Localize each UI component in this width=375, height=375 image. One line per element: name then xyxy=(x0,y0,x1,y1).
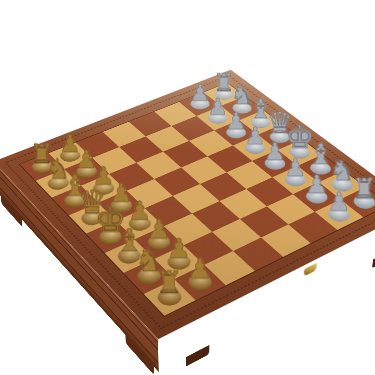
box-foot xyxy=(125,334,154,375)
board: ♜♞♝♛♚♝♞♜♟♟♟♟♟♟♟♟♟♟♟♟♟♟♟♟♜♞♝♛♚♝♞♜ xyxy=(0,70,375,339)
piece-silver-pawn[interactable]: ♟ xyxy=(327,189,350,215)
box-foot xyxy=(1,195,23,227)
piece-silver-pawn[interactable]: ♟ xyxy=(264,139,286,163)
latch-clasp-icon xyxy=(304,263,317,277)
piece-silver-knight[interactable]: ♞ xyxy=(330,157,355,185)
box-foot xyxy=(166,345,209,375)
square-d6[interactable] xyxy=(207,145,252,172)
piece-silver-pawn[interactable]: ♟ xyxy=(305,171,328,196)
piece-silver-pawn[interactable]: ♟ xyxy=(244,124,265,148)
piece-silver-rook[interactable]: ♜ xyxy=(352,174,375,202)
piece-gold-pawn[interactable]: ♟ xyxy=(187,254,212,282)
photo-scene: ♜♞♝♛♚♝♞♜♟♟♟♟♟♟♟♟♟♟♟♟♟♟♟♟♜♞♝♛♚♝♞♜ xyxy=(0,0,375,375)
piece-silver-pawn[interactable]: ♟ xyxy=(284,155,306,180)
piece-gold-rook[interactable]: ♜ xyxy=(156,267,183,298)
